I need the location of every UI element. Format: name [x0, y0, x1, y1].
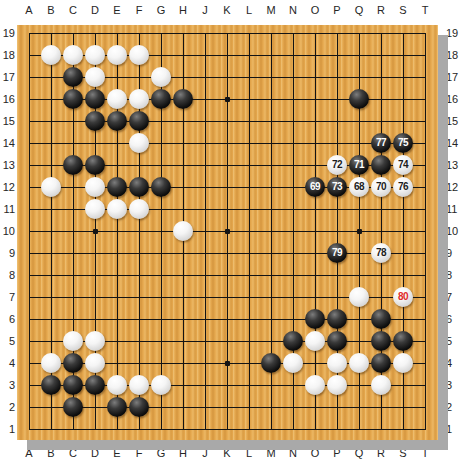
intersection-Q14[interactable] [348, 132, 370, 154]
intersection-O7[interactable] [304, 286, 326, 308]
intersection-M1[interactable] [260, 418, 282, 440]
intersection-H4[interactable] [172, 352, 194, 374]
intersection-J9[interactable] [194, 242, 216, 264]
intersection-T14[interactable] [414, 132, 436, 154]
intersection-L18[interactable] [238, 44, 260, 66]
intersection-R19[interactable] [370, 22, 392, 44]
intersection-J19[interactable] [194, 22, 216, 44]
intersection-J14[interactable] [194, 132, 216, 154]
intersection-H14[interactable] [172, 132, 194, 154]
intersection-C12[interactable] [62, 176, 84, 198]
intersection-Q2[interactable] [348, 396, 370, 418]
intersection-Q11[interactable] [348, 198, 370, 220]
intersection-A13[interactable] [18, 154, 40, 176]
intersection-A18[interactable] [18, 44, 40, 66]
intersection-S19[interactable] [392, 22, 414, 44]
intersection-J13[interactable] [194, 154, 216, 176]
intersection-L10[interactable] [238, 220, 260, 242]
intersection-J1[interactable] [194, 418, 216, 440]
intersection-K19[interactable] [216, 22, 238, 44]
white-stone-B12 [41, 177, 61, 197]
intersection-D10[interactable] [84, 220, 106, 242]
intersection-O15[interactable] [304, 110, 326, 132]
intersection-A7[interactable] [18, 286, 40, 308]
intersection-C1[interactable] [62, 418, 84, 440]
intersection-E7[interactable] [106, 286, 128, 308]
intersection-M15[interactable] [260, 110, 282, 132]
intersection-R1[interactable] [370, 418, 392, 440]
intersection-K1[interactable] [216, 418, 238, 440]
intersection-Q17[interactable] [348, 66, 370, 88]
intersection-A2[interactable] [18, 396, 40, 418]
intersection-A8[interactable] [18, 264, 40, 286]
intersection-E13[interactable] [106, 154, 128, 176]
intersection-L19[interactable] [238, 22, 260, 44]
intersection-K4[interactable] [216, 352, 238, 374]
intersection-H13[interactable] [172, 154, 194, 176]
intersection-L9[interactable] [238, 242, 260, 264]
intersection-Q10[interactable] [348, 220, 370, 242]
intersection-N12[interactable] [282, 176, 304, 198]
intersection-M13[interactable] [260, 154, 282, 176]
intersection-Q1[interactable] [348, 418, 370, 440]
coordinate-label-4-left: 4 [0, 356, 15, 370]
intersection-L14[interactable] [238, 132, 260, 154]
intersection-B7[interactable] [40, 286, 62, 308]
intersection-E19[interactable] [106, 22, 128, 44]
intersection-G11[interactable] [150, 198, 172, 220]
intersection-T1[interactable] [414, 418, 436, 440]
intersection-H9[interactable] [172, 242, 194, 264]
intersection-T13[interactable] [414, 154, 436, 176]
intersection-K8[interactable] [216, 264, 238, 286]
intersection-B9[interactable] [40, 242, 62, 264]
intersection-T10[interactable] [414, 220, 436, 242]
intersection-F10[interactable] [128, 220, 150, 242]
intersection-H11[interactable] [172, 198, 194, 220]
intersection-M7[interactable] [260, 286, 282, 308]
intersection-C11[interactable] [62, 198, 84, 220]
intersection-C7[interactable] [62, 286, 84, 308]
intersection-M10[interactable] [260, 220, 282, 242]
intersection-A9[interactable] [18, 242, 40, 264]
intersection-Q5[interactable] [348, 330, 370, 352]
intersection-K17[interactable] [216, 66, 238, 88]
intersection-B13[interactable] [40, 154, 62, 176]
intersection-L5[interactable] [238, 330, 260, 352]
intersection-A15[interactable] [18, 110, 40, 132]
intersection-B1[interactable] [40, 418, 62, 440]
intersection-K14[interactable] [216, 132, 238, 154]
intersection-A11[interactable] [18, 198, 40, 220]
intersection-O11[interactable] [304, 198, 326, 220]
intersection-H8[interactable] [172, 264, 194, 286]
intersection-A4[interactable] [18, 352, 40, 374]
intersection-M12[interactable] [260, 176, 282, 198]
intersection-E14[interactable] [106, 132, 128, 154]
intersection-D19[interactable] [84, 22, 106, 44]
intersection-K11[interactable] [216, 198, 238, 220]
intersection-J18[interactable] [194, 44, 216, 66]
intersection-F1[interactable] [128, 418, 150, 440]
intersection-M2[interactable] [260, 396, 282, 418]
intersection-N7[interactable] [282, 286, 304, 308]
intersection-E9[interactable] [106, 242, 128, 264]
intersection-O18[interactable] [304, 44, 326, 66]
intersection-L2[interactable] [238, 396, 260, 418]
intersection-M16[interactable] [260, 88, 282, 110]
intersection-M11[interactable] [260, 198, 282, 220]
intersection-B10[interactable] [40, 220, 62, 242]
intersection-B16[interactable] [40, 88, 62, 110]
intersection-B17[interactable] [40, 66, 62, 88]
intersection-H1[interactable] [172, 418, 194, 440]
intersection-S2[interactable] [392, 396, 414, 418]
intersection-L3[interactable] [238, 374, 260, 396]
intersection-P8[interactable] [326, 264, 348, 286]
white-stone-P13: 72 [327, 155, 347, 175]
intersection-C19[interactable] [62, 22, 84, 44]
intersection-L1[interactable] [238, 418, 260, 440]
intersection-R16[interactable] [370, 88, 392, 110]
intersection-H18[interactable] [172, 44, 194, 66]
intersection-J7[interactable] [194, 286, 216, 308]
intersection-J4[interactable] [194, 352, 216, 374]
intersection-F4[interactable] [128, 352, 150, 374]
intersection-T5[interactable] [414, 330, 436, 352]
intersection-F5[interactable] [128, 330, 150, 352]
intersection-T19[interactable] [414, 22, 436, 44]
coordinate-label-C: C [64, 3, 82, 17]
intersection-A3[interactable] [18, 374, 40, 396]
intersection-A12[interactable] [18, 176, 40, 198]
intersection-G13[interactable] [150, 154, 172, 176]
intersection-C5 [62, 330, 84, 352]
intersection-D6[interactable] [84, 308, 106, 330]
intersection-D14[interactable] [84, 132, 106, 154]
intersection-P10[interactable] [326, 220, 348, 242]
intersection-B19[interactable] [40, 22, 62, 44]
intersection-H2[interactable] [172, 396, 194, 418]
intersection-J5[interactable] [194, 330, 216, 352]
intersection-P7[interactable] [326, 286, 348, 308]
intersection-L13[interactable] [238, 154, 260, 176]
intersection-K10[interactable] [216, 220, 238, 242]
intersection-P14[interactable] [326, 132, 348, 154]
intersection-T18[interactable] [414, 44, 436, 66]
intersection-K3[interactable] [216, 374, 238, 396]
intersection-G2[interactable] [150, 396, 172, 418]
intersection-L6[interactable] [238, 308, 260, 330]
intersection-Q8[interactable] [348, 264, 370, 286]
intersection-Q15[interactable] [348, 110, 370, 132]
intersection-D1[interactable] [84, 418, 106, 440]
intersection-E5[interactable] [106, 330, 128, 352]
intersection-D7[interactable] [84, 286, 106, 308]
intersection-L17[interactable] [238, 66, 260, 88]
intersection-A16[interactable] [18, 88, 40, 110]
intersection-P18[interactable] [326, 44, 348, 66]
intersection-O13[interactable] [304, 154, 326, 176]
intersection-P17[interactable] [326, 66, 348, 88]
intersection-R17[interactable] [370, 66, 392, 88]
intersection-F9[interactable] [128, 242, 150, 264]
intersection-O9[interactable] [304, 242, 326, 264]
intersection-P2[interactable] [326, 396, 348, 418]
intersection-S15[interactable] [392, 110, 414, 132]
intersection-S16[interactable] [392, 88, 414, 110]
intersection-K16[interactable] [216, 88, 238, 110]
intersection-A5[interactable] [18, 330, 40, 352]
intersection-Q6[interactable] [348, 308, 370, 330]
intersection-J8[interactable] [194, 264, 216, 286]
intersection-F19[interactable] [128, 22, 150, 44]
intersection-N14[interactable] [282, 132, 304, 154]
intersection-C9[interactable] [62, 242, 84, 264]
intersection-G18[interactable] [150, 44, 172, 66]
coordinate-label-15-right: 15 [446, 114, 463, 128]
intersection-S10[interactable] [392, 220, 414, 242]
intersection-L12[interactable] [238, 176, 260, 198]
coordinate-label-H: H [174, 3, 192, 17]
intersection-J6[interactable] [194, 308, 216, 330]
intersection-O10[interactable] [304, 220, 326, 242]
intersection-T7[interactable] [414, 286, 436, 308]
intersection-B11[interactable] [40, 198, 62, 220]
intersection-J3[interactable] [194, 374, 216, 396]
intersection-G15[interactable] [150, 110, 172, 132]
intersection-R7[interactable] [370, 286, 392, 308]
intersection-G6[interactable] [150, 308, 172, 330]
intersection-H12[interactable] [172, 176, 194, 198]
intersection-L15[interactable] [238, 110, 260, 132]
intersection-E17[interactable] [106, 66, 128, 88]
intersection-M19[interactable] [260, 22, 282, 44]
intersection-N2[interactable] [282, 396, 304, 418]
intersection-N1[interactable] [282, 418, 304, 440]
intersection-T16[interactable] [414, 88, 436, 110]
intersection-L8[interactable] [238, 264, 260, 286]
intersection-O17[interactable] [304, 66, 326, 88]
intersection-M5[interactable] [260, 330, 282, 352]
intersection-G14[interactable] [150, 132, 172, 154]
intersection-N8[interactable] [282, 264, 304, 286]
intersection-M18[interactable] [260, 44, 282, 66]
intersection-S1[interactable] [392, 418, 414, 440]
intersection-S6[interactable] [392, 308, 414, 330]
intersection-G5[interactable] [150, 330, 172, 352]
intersection-M8[interactable] [260, 264, 282, 286]
intersection-N3[interactable] [282, 374, 304, 396]
intersection-A14[interactable] [18, 132, 40, 154]
intersection-J12[interactable] [194, 176, 216, 198]
white-stone-B18 [41, 45, 61, 65]
intersection-N18[interactable] [282, 44, 304, 66]
intersection-N9[interactable] [282, 242, 304, 264]
intersection-T15[interactable] [414, 110, 436, 132]
intersection-H6[interactable] [172, 308, 194, 330]
intersection-M14[interactable] [260, 132, 282, 154]
intersection-N17[interactable] [282, 66, 304, 88]
intersection-M17[interactable] [260, 66, 282, 88]
intersection-K7[interactable] [216, 286, 238, 308]
go-board[interactable]: 77757271746973687076797880 [17, 25, 438, 440]
intersection-H17[interactable] [172, 66, 194, 88]
intersection-A10[interactable] [18, 220, 40, 242]
intersection-F13[interactable] [128, 154, 150, 176]
intersection-D8[interactable] [84, 264, 106, 286]
intersection-L16[interactable] [238, 88, 260, 110]
intersection-M3[interactable] [260, 374, 282, 396]
intersection-O2[interactable] [304, 396, 326, 418]
intersection-F6[interactable] [128, 308, 150, 330]
intersection-N16[interactable] [282, 88, 304, 110]
intersection-P19[interactable] [326, 22, 348, 44]
intersection-C6[interactable] [62, 308, 84, 330]
intersection-A19[interactable] [18, 22, 40, 44]
intersection-G10[interactable] [150, 220, 172, 242]
intersection-P1[interactable] [326, 418, 348, 440]
intersection-R15[interactable] [370, 110, 392, 132]
intersection-K2[interactable] [216, 396, 238, 418]
intersection-G7[interactable] [150, 286, 172, 308]
intersection-D9[interactable] [84, 242, 106, 264]
intersection-G19[interactable] [150, 22, 172, 44]
coordinate-label-6-left: 6 [0, 312, 15, 326]
intersection-N15[interactable] [282, 110, 304, 132]
intersection-S18[interactable] [392, 44, 414, 66]
intersection-J16[interactable] [194, 88, 216, 110]
intersection-O19[interactable] [304, 22, 326, 44]
intersection-T11[interactable] [414, 198, 436, 220]
intersection-A17[interactable] [18, 66, 40, 88]
intersection-B2[interactable] [40, 396, 62, 418]
intersection-B8[interactable] [40, 264, 62, 286]
intersection-Q9[interactable] [348, 242, 370, 264]
intersection-T6[interactable] [414, 308, 436, 330]
intersection-K6[interactable] [216, 308, 238, 330]
intersection-L4[interactable] [238, 352, 260, 374]
intersection-J11[interactable] [194, 198, 216, 220]
intersection-A6[interactable] [18, 308, 40, 330]
intersection-N6[interactable] [282, 308, 304, 330]
intersection-L7[interactable] [238, 286, 260, 308]
intersection-L11[interactable] [238, 198, 260, 220]
intersection-K15[interactable] [216, 110, 238, 132]
intersection-O14[interactable] [304, 132, 326, 154]
intersection-B14[interactable] [40, 132, 62, 154]
intersection-J2[interactable] [194, 396, 216, 418]
intersection-B5[interactable] [40, 330, 62, 352]
intersection-M9[interactable] [260, 242, 282, 264]
intersection-C10[interactable] [62, 220, 84, 242]
intersection-T8[interactable] [414, 264, 436, 286]
intersection-Q3[interactable] [348, 374, 370, 396]
intersection-J10[interactable] [194, 220, 216, 242]
intersection-G9[interactable] [150, 242, 172, 264]
intersection-O4[interactable] [304, 352, 326, 374]
intersection-T2[interactable] [414, 396, 436, 418]
intersection-P16[interactable] [326, 88, 348, 110]
intersection-T4[interactable] [414, 352, 436, 374]
intersection-Q18[interactable] [348, 44, 370, 66]
intersection-O16[interactable] [304, 88, 326, 110]
intersection-R10[interactable] [370, 220, 392, 242]
intersection-B6[interactable] [40, 308, 62, 330]
intersection-T17[interactable] [414, 66, 436, 88]
intersection-K13[interactable] [216, 154, 238, 176]
coordinate-label-4-right: 4 [446, 356, 463, 370]
intersection-N11[interactable] [282, 198, 304, 220]
intersection-E6[interactable] [106, 308, 128, 330]
intersection-G1[interactable] [150, 418, 172, 440]
intersection-D2[interactable] [84, 396, 106, 418]
intersection-C8[interactable] [62, 264, 84, 286]
intersection-K5[interactable] [216, 330, 238, 352]
intersection-H15[interactable] [172, 110, 194, 132]
intersection-J17[interactable] [194, 66, 216, 88]
intersection-F17[interactable] [128, 66, 150, 88]
intersection-J15[interactable] [194, 110, 216, 132]
intersection-F7[interactable] [128, 286, 150, 308]
intersection-E8[interactable] [106, 264, 128, 286]
intersection-S8[interactable] [392, 264, 414, 286]
intersection-H5[interactable] [172, 330, 194, 352]
intersection-R11[interactable] [370, 198, 392, 220]
intersection-P15[interactable] [326, 110, 348, 132]
intersection-S17[interactable] [392, 66, 414, 88]
intersection-K18[interactable] [216, 44, 238, 66]
intersection-N13[interactable] [282, 154, 304, 176]
intersection-T12[interactable] [414, 176, 436, 198]
white-stone-N4 [283, 353, 303, 373]
intersection-T3[interactable] [414, 374, 436, 396]
intersection-Q19[interactable] [348, 22, 370, 44]
intersection-H19[interactable] [172, 22, 194, 44]
intersection-O1[interactable] [304, 418, 326, 440]
intersection-E1[interactable] [106, 418, 128, 440]
intersection-R2[interactable] [370, 396, 392, 418]
intersection-H3[interactable] [172, 374, 194, 396]
intersection-B15[interactable] [40, 110, 62, 132]
intersection-S3[interactable] [392, 374, 414, 396]
black-stone-R14: 77 [371, 133, 391, 153]
intersection-C15[interactable] [62, 110, 84, 132]
intersection-T9[interactable] [414, 242, 436, 264]
intersection-M6[interactable] [260, 308, 282, 330]
coordinate-label-K: K [218, 3, 236, 17]
intersection-S9[interactable] [392, 242, 414, 264]
intersection-K9[interactable] [216, 242, 238, 264]
intersection-E11 [106, 198, 128, 220]
intersection-A1[interactable] [18, 418, 40, 440]
intersection-G4[interactable] [150, 352, 172, 374]
intersection-H7[interactable] [172, 286, 194, 308]
intersection-F8[interactable] [128, 264, 150, 286]
intersection-S11[interactable] [392, 198, 414, 220]
intersection-N10[interactable] [282, 220, 304, 242]
intersection-C14[interactable] [62, 132, 84, 154]
intersection-E10[interactable] [106, 220, 128, 242]
intersection-R18[interactable] [370, 44, 392, 66]
intersection-N19[interactable] [282, 22, 304, 44]
intersection-P11[interactable] [326, 198, 348, 220]
intersection-G8[interactable] [150, 264, 172, 286]
intersection-O8[interactable] [304, 264, 326, 286]
intersection-E4[interactable] [106, 352, 128, 374]
intersection-R8[interactable] [370, 264, 392, 286]
intersection-K12[interactable] [216, 176, 238, 198]
